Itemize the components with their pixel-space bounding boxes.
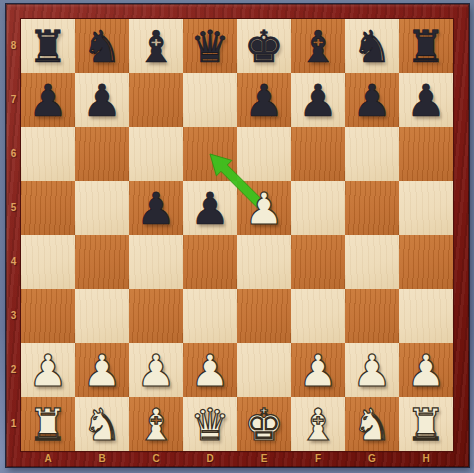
piece-black-knight-b8[interactable]: ♞ (75, 19, 129, 73)
square-d3[interactable] (183, 289, 237, 343)
piece-white-queen-d1[interactable]: ♛ (183, 397, 237, 451)
piece-black-pawn-d5[interactable]: ♟ (183, 181, 237, 235)
square-c4[interactable] (129, 235, 183, 289)
rank-labels: 87654321 (6, 19, 21, 451)
square-f4[interactable] (291, 235, 345, 289)
piece-black-king-e8[interactable]: ♚ (237, 19, 291, 73)
rank-label-5: 5 (6, 181, 21, 235)
piece-white-knight-b1[interactable]: ♞ (75, 397, 129, 451)
piece-black-bishop-f8[interactable]: ♝ (291, 19, 345, 73)
square-h6[interactable] (399, 127, 453, 181)
square-c3[interactable] (129, 289, 183, 343)
piece-black-pawn-c5[interactable]: ♟ (129, 181, 183, 235)
square-a6[interactable] (21, 127, 75, 181)
piece-black-pawn-a7[interactable]: ♟ (21, 73, 75, 127)
rank-label-2: 2 (6, 343, 21, 397)
piece-white-bishop-c1[interactable]: ♝ (129, 397, 183, 451)
piece-white-pawn-a2[interactable]: ♟ (21, 343, 75, 397)
file-label-f: F (291, 451, 345, 467)
piece-white-bishop-f1[interactable]: ♝ (291, 397, 345, 451)
piece-black-pawn-g7[interactable]: ♟ (345, 73, 399, 127)
piece-white-knight-g1[interactable]: ♞ (345, 397, 399, 451)
piece-white-pawn-b2[interactable]: ♟ (75, 343, 129, 397)
square-e3[interactable] (237, 289, 291, 343)
rank-label-8: 8 (6, 19, 21, 73)
file-label-d: D (183, 451, 237, 467)
square-d6[interactable] (183, 127, 237, 181)
square-f5[interactable] (291, 181, 345, 235)
piece-white-pawn-d2[interactable]: ♟ (183, 343, 237, 397)
piece-white-pawn-e5[interactable]: ♟ (237, 181, 291, 235)
square-e4[interactable] (237, 235, 291, 289)
rank-label-6: 6 (6, 127, 21, 181)
file-label-e: E (237, 451, 291, 467)
square-f3[interactable] (291, 289, 345, 343)
square-h4[interactable] (399, 235, 453, 289)
piece-black-rook-h8[interactable]: ♜ (399, 19, 453, 73)
square-a3[interactable] (21, 289, 75, 343)
square-d4[interactable] (183, 235, 237, 289)
square-g5[interactable] (345, 181, 399, 235)
square-b5[interactable] (75, 181, 129, 235)
piece-black-rook-a8[interactable]: ♜ (21, 19, 75, 73)
square-e6[interactable] (237, 127, 291, 181)
square-d7[interactable] (183, 73, 237, 127)
rank-label-4: 4 (6, 235, 21, 289)
piece-white-pawn-g2[interactable]: ♟ (345, 343, 399, 397)
square-c6[interactable] (129, 127, 183, 181)
piece-black-pawn-h7[interactable]: ♟ (399, 73, 453, 127)
square-a4[interactable] (21, 235, 75, 289)
piece-black-pawn-b7[interactable]: ♟ (75, 73, 129, 127)
square-g4[interactable] (345, 235, 399, 289)
file-labels: ABCDEFGH (21, 451, 453, 467)
square-e2[interactable] (237, 343, 291, 397)
rank-label-3: 3 (6, 289, 21, 343)
square-a5[interactable] (21, 181, 75, 235)
piece-black-pawn-e7[interactable]: ♟ (237, 73, 291, 127)
square-g3[interactable] (345, 289, 399, 343)
square-g6[interactable] (345, 127, 399, 181)
piece-black-queen-d8[interactable]: ♛ (183, 19, 237, 73)
file-label-h: H (399, 451, 453, 467)
file-label-b: B (75, 451, 129, 467)
square-b3[interactable] (75, 289, 129, 343)
piece-black-knight-g8[interactable]: ♞ (345, 19, 399, 73)
piece-white-pawn-h2[interactable]: ♟ (399, 343, 453, 397)
file-label-c: C (129, 451, 183, 467)
piece-white-rook-h1[interactable]: ♜ (399, 397, 453, 451)
piece-white-pawn-c2[interactable]: ♟ (129, 343, 183, 397)
rank-label-7: 7 (6, 73, 21, 127)
square-b6[interactable] (75, 127, 129, 181)
square-h5[interactable] (399, 181, 453, 235)
file-label-g: G (345, 451, 399, 467)
piece-white-king-e1[interactable]: ♚ (237, 397, 291, 451)
piece-black-bishop-c8[interactable]: ♝ (129, 19, 183, 73)
piece-black-pawn-f7[interactable]: ♟ (291, 73, 345, 127)
square-c7[interactable] (129, 73, 183, 127)
square-f6[interactable] (291, 127, 345, 181)
board-frame: 87654321 ABCDEFGH ♜♞♝♛♚♝♞♜♟♟♟♟♟♟♟♟♟♟♟♟♟♟… (6, 4, 469, 467)
rank-label-1: 1 (6, 397, 21, 451)
square-h3[interactable] (399, 289, 453, 343)
chess-app-window: 87654321 ABCDEFGH ♜♞♝♛♚♝♞♜♟♟♟♟♟♟♟♟♟♟♟♟♟♟… (0, 0, 474, 473)
piece-white-rook-a1[interactable]: ♜ (21, 397, 75, 451)
square-b4[interactable] (75, 235, 129, 289)
piece-white-pawn-f2[interactable]: ♟ (291, 343, 345, 397)
file-label-a: A (21, 451, 75, 467)
